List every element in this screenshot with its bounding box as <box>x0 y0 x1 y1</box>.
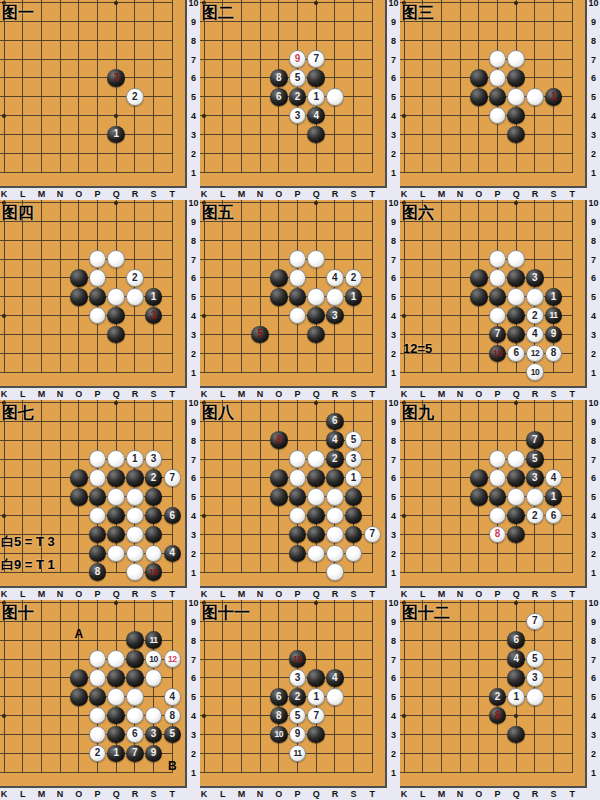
go-board: 123456789101112图十一 <box>200 600 387 788</box>
row-coordinate-strip: 10987654321 <box>187 600 200 788</box>
coordinate-label: 4 <box>587 511 600 521</box>
grid-line <box>60 400 61 573</box>
coordinate-label: Q <box>110 389 122 399</box>
white-stone <box>326 526 344 544</box>
coordinate-label: 4 <box>587 311 600 321</box>
coordinate-label: 2 <box>587 749 600 759</box>
grid-line <box>200 372 373 373</box>
star-point <box>514 201 518 205</box>
move-number: 5 <box>170 729 176 739</box>
column-coordinate-strip: KLMNOPQRST <box>200 588 400 600</box>
black-stone <box>507 269 525 287</box>
grid-line <box>422 400 423 573</box>
coordinate-label: R <box>129 189 141 199</box>
white-stone <box>526 488 544 506</box>
go-diagram-panel-2: 123456789图二10987654321KLMNOPQRST <box>200 0 400 200</box>
coordinate-label: 8 <box>587 636 600 646</box>
diagram-title: 图六 <box>402 203 434 224</box>
go-diagram-grid: 123图一10987654321KLMNOPQRST123456789图二109… <box>0 0 600 800</box>
coordinate-label: 9 <box>187 217 200 227</box>
black-stone <box>289 526 307 544</box>
coordinate-label: S <box>148 389 160 399</box>
grid-line <box>172 600 173 773</box>
coordinate-label: S <box>348 389 360 399</box>
black-stone <box>126 669 144 687</box>
grid-line <box>0 440 173 441</box>
move-number: 6 <box>513 635 519 645</box>
grid-line <box>441 600 442 773</box>
star-point <box>114 1 118 5</box>
row-coordinate-strip: 10987654321 <box>587 0 600 188</box>
coordinate-label: P <box>292 789 304 799</box>
white-stone-move-5: 5 <box>289 69 307 87</box>
coordinate-label: L <box>417 189 429 199</box>
black-stone <box>107 726 125 744</box>
move-number: 4 <box>313 111 319 121</box>
coordinate-label: 9 <box>187 17 200 27</box>
coordinate-label: R <box>329 589 341 599</box>
white-stone-move-5: 5 <box>526 650 544 668</box>
grid-line <box>400 734 573 735</box>
star-point <box>114 601 118 605</box>
grid-line <box>0 40 173 41</box>
white-stone <box>107 450 125 468</box>
coordinate-label: 4 <box>587 111 600 121</box>
grid-line <box>4 200 5 373</box>
coordinate-label: M <box>435 589 447 599</box>
move-number: 9 <box>295 54 301 64</box>
black-stone-move-2: 2 <box>145 469 163 487</box>
coordinate-label: 7 <box>387 255 400 265</box>
move-number: 7 <box>313 711 319 721</box>
coordinate-label: 1 <box>387 168 400 178</box>
row-coordinate-strip: 10987654321 <box>387 400 400 588</box>
coordinate-label: 7 <box>587 255 600 265</box>
move-number: 3 <box>151 454 157 464</box>
grid-line <box>400 115 573 116</box>
move-number: 3 <box>532 473 538 483</box>
black-stone-move-1: 1 <box>545 488 563 506</box>
coordinate-label: M <box>435 389 447 399</box>
move-number: 2 <box>495 692 501 702</box>
white-stone <box>107 288 125 306</box>
black-stone <box>89 288 107 306</box>
black-stone-move-9: 9 <box>145 745 163 763</box>
white-stone <box>289 507 307 525</box>
coordinate-label: P <box>492 189 504 199</box>
column-coordinate-strip: KLMNOPQRST <box>400 388 600 400</box>
white-stone <box>307 488 325 506</box>
move-number: 7 <box>132 748 138 758</box>
white-stone-move-2: 2 <box>526 507 544 525</box>
move-number: 8 <box>551 348 557 358</box>
grid-line <box>353 600 354 773</box>
move-number: 11 <box>550 311 558 320</box>
diagram-title: 图二 <box>202 3 234 24</box>
coordinate-label: Q <box>310 189 322 199</box>
grid-line <box>60 0 61 173</box>
white-stone-move-3: 3 <box>289 107 307 125</box>
star-point <box>514 1 518 5</box>
coordinate-label: S <box>348 189 360 199</box>
white-stone <box>107 545 125 563</box>
coordinate-label: R <box>529 589 541 599</box>
go-board: 123图一 <box>0 0 187 188</box>
go-board: 12345图五 <box>200 200 387 388</box>
coordinate-label: R <box>329 389 341 399</box>
star-point <box>2 114 6 118</box>
grid-line <box>353 0 354 173</box>
black-stone <box>289 288 307 306</box>
coordinate-label: P <box>292 589 304 599</box>
coordinate-label: K <box>200 589 210 599</box>
coordinate-label: Q <box>110 589 122 599</box>
grid-line <box>400 696 573 697</box>
white-stone <box>126 288 144 306</box>
white-stone <box>126 526 144 544</box>
white-stone <box>326 288 344 306</box>
black-stone <box>70 688 88 706</box>
coordinate-label: P <box>92 589 104 599</box>
white-stone <box>126 507 144 525</box>
white-stone <box>307 545 325 563</box>
grid-line <box>400 153 573 154</box>
white-stone <box>126 707 144 725</box>
coordinate-label: 6 <box>387 673 400 683</box>
star-point <box>202 714 206 718</box>
row-coordinate-strip: 10987654321 <box>587 600 600 788</box>
grid-line <box>572 0 573 173</box>
star-point <box>314 1 318 5</box>
coordinate-label: 10 <box>387 200 400 208</box>
coordinate-label: 7 <box>587 655 600 665</box>
grid-line <box>241 200 242 373</box>
grid-line <box>200 40 373 41</box>
coordinate-label: 3 <box>187 530 200 540</box>
move-number: 3 <box>351 454 357 464</box>
column-coordinate-strip: KLMNOPQRST <box>400 188 600 200</box>
white-stone-move-1: 1 <box>307 688 325 706</box>
coordinate-label: 2 <box>587 349 600 359</box>
white-stone-move-1: 1 <box>345 469 363 487</box>
coordinate-label: L <box>417 389 429 399</box>
white-stone <box>107 488 125 506</box>
grid-line <box>116 200 117 373</box>
grid-line <box>22 0 23 173</box>
grid-line <box>200 334 373 335</box>
black-stone-move-4: 4 <box>326 431 344 449</box>
move-number: 9 <box>551 329 557 339</box>
black-stone-move-2: 2 <box>289 688 307 706</box>
black-stone-move-6: 6 <box>164 507 182 525</box>
move-number: 3 <box>113 73 119 83</box>
white-stone <box>526 88 544 106</box>
star-point <box>114 201 118 205</box>
coordinate-label: N <box>54 789 66 799</box>
black-stone-move-10: 10 <box>145 563 163 581</box>
coordinate-label: T <box>166 789 178 799</box>
white-stone <box>145 669 163 687</box>
black-stone-move-4: 4 <box>326 669 344 687</box>
coordinate-label: K <box>0 189 10 199</box>
diagram-title: 图七 <box>2 403 34 424</box>
grid-line <box>200 59 373 60</box>
move-number: 1 <box>551 92 557 102</box>
coordinate-label: 8 <box>187 436 200 446</box>
white-stone-move-9: 9 <box>289 50 307 68</box>
grid-line <box>400 134 573 135</box>
go-diagram-panel-5: 12345图五10987654321KLMNOPQRST <box>200 200 400 400</box>
black-stone-move-8: 8 <box>89 563 107 581</box>
grid-line <box>497 600 498 773</box>
black-stone <box>289 488 307 506</box>
move-number: 4 <box>332 273 338 283</box>
black-stone <box>126 650 144 668</box>
move-number: 4 <box>532 329 538 339</box>
white-stone-move-5: 5 <box>289 707 307 725</box>
coordinate-label: 3 <box>387 130 400 140</box>
diagram-title: 图八 <box>202 403 234 424</box>
grid-line <box>400 753 573 754</box>
white-stone <box>526 288 544 306</box>
column-coordinate-strip: KLMNOPQRST <box>0 188 200 200</box>
black-stone-move-3: 3 <box>145 307 163 325</box>
grid-line <box>278 600 279 773</box>
coordinate-label: T <box>366 389 378 399</box>
black-stone-move-8: 8 <box>270 707 288 725</box>
coordinate-label: 10 <box>187 400 200 408</box>
move-number: 10 <box>275 730 283 739</box>
coordinate-label: 6 <box>187 73 200 83</box>
black-stone-move-5: 5 <box>526 450 544 468</box>
grid-line <box>572 600 573 773</box>
go-diagram-panel-7: 123467810白5 = T 3白9 = T 1图七10987654321KL… <box>0 400 200 600</box>
coordinate-label: T <box>166 389 178 399</box>
coordinate-label: 10 <box>587 200 600 208</box>
move-number: 3 <box>332 311 338 321</box>
move-number: 4 <box>513 654 519 664</box>
white-stone <box>345 545 363 563</box>
coordinate-label: N <box>54 589 66 599</box>
black-stone-move-1: 1 <box>545 288 563 306</box>
black-stone <box>307 507 325 525</box>
coordinate-label: 8 <box>387 236 400 246</box>
white-stone <box>489 469 507 487</box>
coordinate-label: 5 <box>187 492 200 502</box>
black-stone <box>326 469 344 487</box>
coordinate-label: 6 <box>187 273 200 283</box>
black-stone <box>307 69 325 87</box>
grid-line <box>460 400 461 573</box>
coordinate-label: O <box>273 589 285 599</box>
star-point <box>402 314 406 318</box>
coordinate-label: N <box>54 389 66 399</box>
move-number: 5 <box>257 329 263 339</box>
black-stone <box>345 526 363 544</box>
black-stone-move-4: 4 <box>307 107 325 125</box>
coordinate-label: 10 <box>587 400 600 408</box>
coordinate-label: 6 <box>187 473 200 483</box>
diagram-title: 图五 <box>202 203 234 224</box>
grid-line <box>41 200 42 373</box>
white-stone <box>326 545 344 563</box>
coordinate-label: 6 <box>387 473 400 483</box>
grid-line <box>400 772 573 773</box>
coordinate-label: 5 <box>387 692 400 702</box>
coordinate-label: 2 <box>587 549 600 559</box>
column-coordinate-strip: KLMNOPQRST <box>0 588 200 600</box>
move-equivalence-note: 白9 = T 1 <box>1 556 55 574</box>
white-stone-move-2: 2 <box>345 269 363 287</box>
black-stone-move-2: 2 <box>326 450 344 468</box>
coordinate-label: Q <box>310 589 322 599</box>
black-stone-move-1: 1 <box>107 745 125 763</box>
grid-line <box>78 0 79 173</box>
row-coordinate-strip: 10987654321 <box>187 400 200 588</box>
coordinate-label: L <box>217 589 229 599</box>
coordinate-label: 5 <box>587 492 600 502</box>
coordinate-label: 6 <box>187 673 200 683</box>
coordinate-label: K <box>400 389 410 399</box>
move-number: 6 <box>276 92 282 102</box>
black-stone-move-4: 4 <box>164 545 182 563</box>
black-stone <box>470 288 488 306</box>
coordinate-label: K <box>0 389 10 399</box>
white-stone-move-7: 7 <box>164 469 182 487</box>
coordinate-label: S <box>148 589 160 599</box>
white-stone <box>489 507 507 525</box>
white-stone-move-6: 6 <box>126 726 144 744</box>
white-stone <box>126 545 144 563</box>
black-stone-move-3: 3 <box>107 69 125 87</box>
grid-line <box>204 200 205 373</box>
coordinate-label: 4 <box>187 311 200 321</box>
grid-line <box>316 200 317 373</box>
grid-line <box>60 200 61 373</box>
coordinate-label: 5 <box>587 92 600 102</box>
move-number: 1 <box>551 292 557 302</box>
grid-line <box>60 600 61 773</box>
coordinate-label: M <box>235 589 247 599</box>
coordinate-label: Q <box>510 789 522 799</box>
black-stone-move-6: 6 <box>326 413 344 431</box>
move-number: 2 <box>332 454 338 464</box>
grid-line <box>400 640 573 641</box>
go-board: 12345678图九 <box>400 400 587 588</box>
coordinate-label: 10 <box>387 400 400 408</box>
coordinate-label: 3 <box>387 730 400 740</box>
move-number: 10 <box>149 655 157 664</box>
coordinate-label: 9 <box>187 417 200 427</box>
black-stone-move-1: 1 <box>145 288 163 306</box>
black-stone <box>307 126 325 144</box>
go-board: 123467810白5 = T 3白9 = T 1图七 <box>0 400 187 588</box>
coordinate-label: M <box>235 389 247 399</box>
grid-line <box>534 0 535 173</box>
move-number: 8 <box>276 73 282 83</box>
black-stone-move-1: 1 <box>345 288 363 306</box>
coordinate-label: 8 <box>387 436 400 446</box>
row-coordinate-strip: 10987654321 <box>387 600 400 788</box>
star-point <box>2 314 6 318</box>
coordinate-label: K <box>200 189 210 199</box>
column-coordinate-strip: KLMNOPQRST <box>0 788 200 800</box>
black-stone <box>345 507 363 525</box>
go-diagram-panel-4: 123图四10987654321KLMNOPQRST <box>0 200 200 400</box>
grid-line <box>460 200 461 373</box>
black-stone <box>107 469 125 487</box>
grid-line <box>553 0 554 173</box>
grid-line <box>200 115 373 116</box>
coordinate-label: L <box>17 589 29 599</box>
move-number: 2 <box>532 311 538 321</box>
move-number: 1 <box>113 748 119 758</box>
grid-line <box>400 659 573 660</box>
move-number: 6 <box>513 348 519 358</box>
coordinate-label: R <box>529 389 541 399</box>
white-stone <box>289 469 307 487</box>
coordinate-label: T <box>566 789 578 799</box>
coordinate-label: 1 <box>587 168 600 178</box>
white-stone-move-1: 1 <box>507 688 525 706</box>
black-stone <box>470 269 488 287</box>
white-stone-move-1: 1 <box>307 88 325 106</box>
coordinate-label: 2 <box>587 149 600 159</box>
move-number: 7 <box>170 473 176 483</box>
coordinate-label: L <box>17 389 29 399</box>
white-stone <box>89 707 107 725</box>
black-stone <box>70 269 88 287</box>
coordinate-label: N <box>254 789 266 799</box>
grid-line <box>200 572 373 573</box>
grid-line <box>200 315 373 316</box>
move-number: 3 <box>295 111 301 121</box>
move-number: 11 <box>293 749 301 758</box>
grid-line <box>404 0 405 173</box>
black-stone-move-5: 5 <box>251 326 269 344</box>
black-stone <box>126 469 144 487</box>
move-number: 1 <box>551 492 557 502</box>
coordinate-label: O <box>273 389 285 399</box>
coordinate-label: 5 <box>187 292 200 302</box>
grid-line <box>200 772 373 773</box>
white-stone <box>289 269 307 287</box>
coordinate-label: 8 <box>587 236 600 246</box>
coordinate-label: T <box>566 389 578 399</box>
grid-line <box>400 172 573 173</box>
white-stone-move-3: 3 <box>145 450 163 468</box>
white-stone <box>126 688 144 706</box>
black-stone-move-6: 6 <box>270 88 288 106</box>
point-label-A: A <box>74 627 83 641</box>
grid-line <box>200 659 373 660</box>
move-number: 13 <box>493 349 501 358</box>
white-stone <box>307 250 325 268</box>
move-number: 1 <box>313 692 319 702</box>
black-stone-move-11: 11 <box>545 307 563 325</box>
coordinate-label: 8 <box>187 236 200 246</box>
go-board: 1图三 <box>400 0 587 188</box>
white-stone <box>507 250 525 268</box>
white-stone <box>145 545 163 563</box>
coordinate-label: 2 <box>187 749 200 759</box>
move-number: 3 <box>532 673 538 683</box>
move-number: 1 <box>151 292 157 302</box>
coordinate-label: 10 <box>387 600 400 608</box>
coordinate-label: K <box>200 389 210 399</box>
black-stone <box>507 469 525 487</box>
black-stone <box>470 88 488 106</box>
